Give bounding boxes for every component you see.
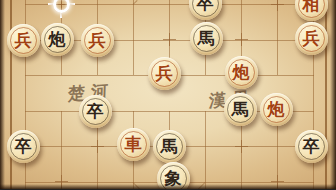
piece-character: 卒 [197, 0, 214, 12]
piece-character: 兵 [15, 32, 32, 49]
piece-black-horse[interactable]: 馬 [190, 22, 223, 55]
grid-line-file-7-top [277, 0, 278, 75]
screen-edge-shadow-left [0, 0, 5, 189]
piece-character: 炮 [268, 101, 285, 118]
screen-edge-shadow-right [330, 0, 336, 189]
point-marker-r7c7 [271, 175, 284, 188]
piece-red-elephant[interactable]: 相 [295, 0, 328, 21]
piece-red-cannon[interactable]: 炮 [225, 56, 258, 89]
point-marker-r2c7 [271, 0, 284, 11]
piece-character: 兵 [303, 30, 320, 47]
piece-character: 馬 [161, 138, 178, 155]
point-marker-r6c2 [91, 140, 104, 153]
point-marker-r7c1 [55, 175, 68, 188]
point-marker-r3c4 [163, 33, 176, 46]
piece-red-cannon[interactable]: 炮 [260, 93, 293, 126]
piece-character: 卒 [87, 103, 104, 120]
piece-red-pawn[interactable]: 兵 [148, 57, 181, 90]
piece-red-pawn[interactable]: 兵 [81, 24, 114, 57]
piece-black-pawn[interactable]: 卒 [295, 130, 328, 163]
piece-black-elephant[interactable]: 象 [157, 162, 190, 189]
piece-character: 相 [303, 0, 320, 13]
piece-black-horse[interactable]: 馬 [224, 93, 257, 126]
piece-character: 象 [165, 170, 182, 187]
point-marker-r3c6 [235, 33, 248, 46]
grid-line-file-5-bottom [205, 111, 206, 190]
piece-character: 炮 [233, 64, 250, 81]
piece-character: 炮 [49, 31, 66, 48]
piece-character: 兵 [156, 65, 173, 82]
piece-character: 車 [125, 136, 142, 153]
piece-black-horse[interactable]: 馬 [153, 130, 186, 163]
piece-red-pawn[interactable]: 兵 [295, 22, 328, 55]
piece-red-chariot[interactable]: 車 [117, 128, 150, 161]
piece-black-pawn[interactable]: 卒 [189, 0, 222, 20]
piece-character: 馬 [232, 101, 249, 118]
xiangqi-board: 卒相兵炮兵馬兵兵炮卒馬炮卒車馬卒象 楚河 漢界 [0, 0, 336, 189]
piece-black-pawn[interactable]: 卒 [7, 130, 40, 163]
last-move-sparkle [53, 0, 70, 13]
piece-character: 馬 [198, 30, 215, 47]
grid-line-file-3-top [133, 0, 134, 75]
piece-character: 兵 [89, 32, 106, 49]
piece-black-cannon[interactable]: 炮 [41, 23, 74, 56]
board-border-right [325, 0, 327, 189]
piece-red-pawn[interactable]: 兵 [7, 24, 40, 57]
point-marker-r6c6 [235, 140, 248, 153]
piece-black-pawn[interactable]: 卒 [79, 95, 112, 128]
piece-character: 卒 [15, 138, 32, 155]
piece-character: 卒 [303, 138, 320, 155]
